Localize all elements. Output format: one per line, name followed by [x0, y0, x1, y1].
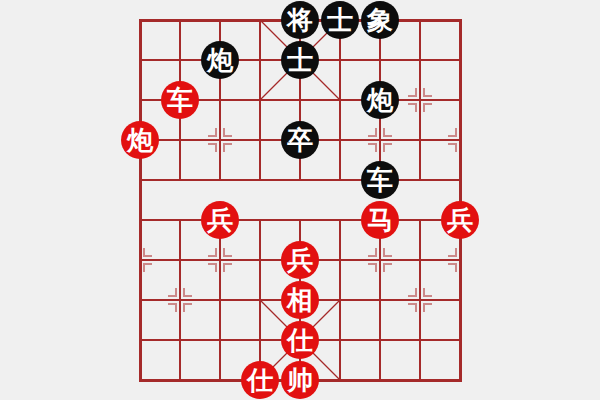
piece-black-cannon[interactable]: 炮: [201, 41, 239, 79]
piece-black-general[interactable]: 将: [281, 1, 319, 39]
piece-red-advisor[interactable]: 仕: [241, 361, 279, 399]
piece-black-cannon[interactable]: 炮: [361, 81, 399, 119]
piece-black-elephant[interactable]: 象: [361, 1, 399, 39]
piece-red-soldier[interactable]: 兵: [441, 201, 479, 239]
piece-black-advisor[interactable]: 士: [281, 41, 319, 79]
piece-red-elephant[interactable]: 相: [281, 281, 319, 319]
piece-red-general[interactable]: 帅: [281, 361, 319, 399]
piece-red-soldier[interactable]: 兵: [201, 201, 239, 239]
pieces-layer: 将士象炮士车炮炮卒车兵马兵兵相仕仕帅: [120, 0, 480, 400]
piece-red-cannon[interactable]: 炮: [121, 121, 159, 159]
piece-black-advisor[interactable]: 士: [321, 1, 359, 39]
piece-red-soldier[interactable]: 兵: [281, 241, 319, 279]
piece-black-chariot[interactable]: 车: [361, 161, 399, 199]
piece-red-chariot[interactable]: 车: [161, 81, 199, 119]
xiangqi-board: 将士象炮士车炮炮卒车兵马兵兵相仕仕帅: [0, 0, 600, 400]
piece-red-advisor[interactable]: 仕: [281, 321, 319, 359]
piece-red-horse[interactable]: 马: [361, 201, 399, 239]
piece-black-soldier[interactable]: 卒: [281, 121, 319, 159]
